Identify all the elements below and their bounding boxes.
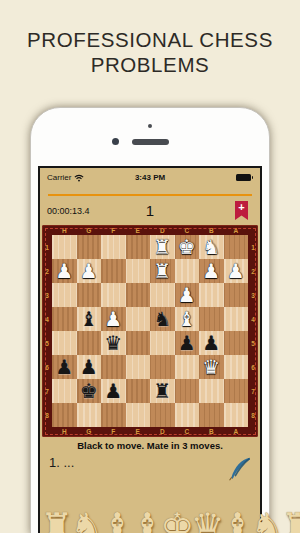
white-pawn-h2[interactable]: ♟ [55,259,73,283]
square-d4[interactable]: ♞ [150,307,175,331]
square-b2[interactable]: ♟ [199,259,224,283]
file-label-g: G [77,227,102,235]
page-title-line1: PROFESSIONAL CHESS [0,27,300,52]
square-f3[interactable] [101,283,126,307]
white-rook-d1[interactable]: ♜ [153,235,171,259]
rank-label-7: 7 [248,379,258,403]
square-g5[interactable] [77,331,102,355]
file-label-f: F [101,428,126,436]
file-label-f: F [101,227,126,235]
rank-label-6: 6 [42,355,52,379]
file-label-g: G [77,428,102,436]
file-label-a: A [224,227,249,235]
app-store-screenshot: PROFESSIONAL CHESS PROBLEMS Carrier 3:43… [0,0,300,533]
square-h5[interactable] [52,331,77,355]
decor-bishop-icon: ♝ [100,505,130,533]
white-pawn-c3[interactable]: ♟ [178,283,196,307]
square-f2[interactable] [101,259,126,283]
square-d3[interactable] [150,283,175,307]
square-a5[interactable] [224,331,249,355]
square-a3[interactable] [224,283,249,307]
page-title: PROFESSIONAL CHESS PROBLEMS [0,0,300,77]
white-knight-b1[interactable]: ♞ [202,235,220,259]
square-e6[interactable] [126,355,151,379]
square-a7[interactable] [224,379,249,403]
file-labels-top: HGFEDCBA [52,227,248,235]
square-b5[interactable]: ♟ [199,331,224,355]
square-h8[interactable] [52,403,77,427]
white-pawn-b2[interactable]: ♟ [202,259,220,283]
square-c7[interactable] [175,379,200,403]
square-a1[interactable] [224,235,249,259]
square-c3[interactable]: ♟ [175,283,200,307]
rank-label-3: 3 [248,283,258,307]
square-d6[interactable] [150,355,175,379]
decor-queen-icon: ♛ [190,505,220,533]
status-bar: Carrier 3:43 PM [40,168,260,185]
square-c2[interactable] [175,259,200,283]
black-knight-d4[interactable]: ♞ [153,307,171,331]
white-king-c1[interactable]: ♚ [178,235,196,259]
square-g8[interactable] [77,403,102,427]
square-e5[interactable] [126,331,151,355]
black-rook-d7[interactable]: ♜ [153,379,171,403]
toolbar: 00:00:13.4 1 + [40,200,260,221]
decor-rook-icon: ♜ [40,505,70,533]
square-e3[interactable] [126,283,151,307]
square-b6[interactable]: ♛ [199,355,224,379]
square-c1[interactable]: ♚ [175,235,200,259]
black-queen-f5[interactable]: ♛ [104,331,122,355]
rank-label-1: 1 [42,235,52,259]
square-f6[interactable] [101,355,126,379]
square-h4[interactable] [52,307,77,331]
file-label-h: H [52,428,77,436]
square-b7[interactable] [199,379,224,403]
square-h1[interactable] [52,235,77,259]
black-pawn-b5[interactable]: ♟ [202,331,220,355]
square-b3[interactable] [199,283,224,307]
earpiece-speaker [132,139,169,145]
file-label-a: A [224,428,249,436]
white-rook-d2[interactable]: ♜ [153,259,171,283]
file-label-b: B [199,227,224,235]
black-pawn-c5[interactable]: ♟ [178,331,196,355]
square-d7[interactable]: ♜ [150,379,175,403]
square-e7[interactable] [126,379,151,403]
black-king-g7[interactable]: ♚ [80,379,98,403]
decor-bishop-icon: ♝ [130,505,160,533]
square-h3[interactable] [52,283,77,307]
square-e1[interactable] [126,235,151,259]
square-c5[interactable]: ♟ [175,331,200,355]
black-pawn-g6[interactable]: ♟ [80,355,98,379]
square-a6[interactable] [224,355,249,379]
square-b1[interactable]: ♞ [199,235,224,259]
rank-label-2: 2 [248,259,258,283]
square-f4[interactable]: ♟ [101,307,126,331]
rank-label-5: 5 [42,331,52,355]
board-grid: ♜♚♞♟♟♜♟♟♟♝♟♞♝♛♟♟♟♟♛♚♟♜ [52,235,248,427]
square-c4[interactable]: ♝ [175,307,200,331]
rank-label-4: 4 [248,307,258,331]
square-h7[interactable] [52,379,77,403]
sensor-dot-icon [148,124,152,128]
problem-number: 1 [40,202,260,219]
rank-labels-right: 12345678 [248,235,258,427]
square-d8[interactable] [150,403,175,427]
decor-king-icon: ♚ [160,505,190,533]
move-prompt: 1. ... [49,455,74,470]
square-h6[interactable]: ♟ [52,355,77,379]
decor-bishop-icon: ♝ [220,505,250,533]
square-c6[interactable] [175,355,200,379]
file-label-c: C [175,428,200,436]
square-a8[interactable] [224,403,249,427]
page-title-line2: PROBLEMS [0,52,300,77]
rank-label-8: 8 [42,403,52,427]
decor-knight-icon: ♞ [70,505,100,533]
square-b8[interactable] [199,403,224,427]
rank-labels-left: 12345678 [42,235,52,427]
file-label-d: D [150,428,175,436]
square-h2[interactable]: ♟ [52,259,77,283]
square-g6[interactable]: ♟ [77,355,102,379]
rank-label-1: 1 [248,235,258,259]
rank-label-6: 6 [248,355,258,379]
file-label-b: B [199,428,224,436]
rank-label-8: 8 [248,403,258,427]
rank-label-3: 3 [42,283,52,307]
square-f1[interactable] [101,235,126,259]
square-c8[interactable] [175,403,200,427]
battery-icon [236,174,253,181]
app-screen: Carrier 3:43 PM 00:00:13.4 1 + [38,166,262,533]
white-pawn-a2[interactable]: ♟ [227,259,245,283]
file-label-d: D [150,227,175,235]
square-e2[interactable] [126,259,151,283]
white-queen-b6[interactable]: ♛ [202,355,220,379]
square-e8[interactable] [126,403,151,427]
square-b4[interactable] [199,307,224,331]
rank-label-4: 4 [42,307,52,331]
square-g3[interactable] [77,283,102,307]
iphone-mockup: Carrier 3:43 PM 00:00:13.4 1 + [30,107,270,533]
carrier-label: Carrier [47,173,71,182]
rank-label-2: 2 [42,259,52,283]
chess-board: HGFEDCBA HGFEDCBA 12345678 12345678 ♜♚♞♟… [42,225,258,437]
decor-knight-icon: ♞ [251,505,281,533]
file-label-h: H [52,227,77,235]
black-bishop-g4[interactable]: ♝ [80,307,98,331]
wifi-icon [74,174,84,182]
square-g2[interactable]: ♟ [77,259,102,283]
square-d5[interactable] [150,331,175,355]
square-f5[interactable]: ♛ [101,331,126,355]
problem-caption: Black to move. Mate in 3 moves. [40,440,260,451]
square-g1[interactable] [77,235,102,259]
decor-rook-icon: ♜ [281,505,300,533]
square-a2[interactable]: ♟ [224,259,249,283]
file-label-e: E [126,428,151,436]
square-d2[interactable]: ♜ [150,259,175,283]
square-g7[interactable]: ♚ [77,379,102,403]
quill-feather-icon[interactable] [228,454,253,483]
white-pawn-f4[interactable]: ♟ [104,307,122,331]
rank-label-5: 5 [248,331,258,355]
rank-label-7: 7 [42,379,52,403]
square-g4[interactable]: ♝ [77,307,102,331]
black-pawn-f7[interactable]: ♟ [104,379,122,403]
front-camera-icon [112,138,119,145]
square-f7[interactable]: ♟ [101,379,126,403]
square-a4[interactable] [224,307,249,331]
status-time: 3:43 PM [116,173,185,182]
move-entry-row: 1. ... [40,455,260,482]
square-f8[interactable] [101,403,126,427]
white-bishop-c4[interactable]: ♝ [178,307,196,331]
white-pawn-g2[interactable]: ♟ [80,259,98,283]
divider-line [48,194,252,196]
square-e4[interactable] [126,307,151,331]
file-label-c: C [175,227,200,235]
file-label-e: E [126,227,151,235]
decorative-chess-pieces: ♜♞♝♝♚♛♝♞♜ [40,505,260,533]
file-labels-bottom: HGFEDCBA [52,428,248,436]
square-d1[interactable]: ♜ [150,235,175,259]
black-pawn-h6[interactable]: ♟ [55,355,73,379]
